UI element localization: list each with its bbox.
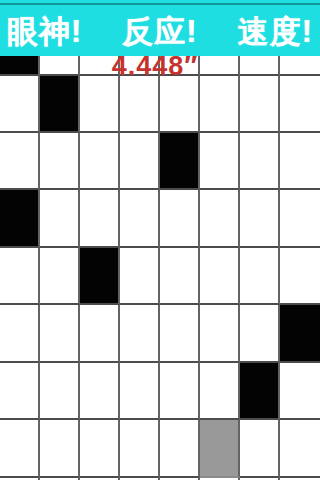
white-tile-r5c4[interactable] (120, 248, 160, 305)
white-tile-r6c4[interactable] (120, 305, 160, 363)
white-tile-r2c4[interactable] (120, 76, 160, 133)
black-tile-r6c8[interactable] (280, 305, 320, 363)
black-tile-r2c2[interactable] (40, 76, 80, 133)
white-tile-r2c7[interactable] (240, 76, 280, 133)
black-tile-r7c7[interactable] (240, 363, 280, 420)
white-tile-r6c6[interactable] (200, 305, 240, 363)
white-tile-r8c1[interactable] (0, 420, 40, 478)
white-tile-r5c7[interactable] (240, 248, 280, 305)
white-tile-r8c7[interactable] (240, 420, 280, 478)
black-tile-r3c5[interactable] (160, 133, 200, 190)
header-banner: 眼神! 反应! 速度! (0, 0, 320, 56)
white-tile-r5c5[interactable] (160, 248, 200, 305)
white-tile-r3c2[interactable] (40, 133, 80, 190)
header-title-eyes: 眼神! (7, 16, 82, 47)
white-tile-r8c5[interactable] (160, 420, 200, 478)
white-tile-r4c7[interactable] (240, 190, 280, 248)
white-tile-r6c3[interactable] (80, 305, 120, 363)
white-tile-r6c7[interactable] (240, 305, 280, 363)
black-tile-r5c3[interactable] (80, 248, 120, 305)
white-tile-r4c4[interactable] (120, 190, 160, 248)
white-tile-r6c2[interactable] (40, 305, 80, 363)
white-tile-r2c5[interactable] (160, 76, 200, 133)
white-tile-r4c6[interactable] (200, 190, 240, 248)
white-tile-r7c5[interactable] (160, 363, 200, 420)
white-tile-r3c1[interactable] (0, 133, 40, 190)
white-tile-r8c3[interactable] (80, 420, 120, 478)
white-tile-r3c7[interactable] (240, 133, 280, 190)
gray-tapped-tile-r8c6[interactable] (200, 420, 240, 478)
white-tile-r8c8[interactable] (280, 420, 320, 478)
white-tile-r5c1[interactable] (0, 248, 40, 305)
header-title-reaction: 反应! (122, 16, 197, 47)
white-tile-r7c3[interactable] (80, 363, 120, 420)
white-tile-r3c4[interactable] (120, 133, 160, 190)
white-tile-r8c4[interactable] (120, 420, 160, 478)
white-tile-r5c2[interactable] (40, 248, 80, 305)
white-tile-r7c2[interactable] (40, 363, 80, 420)
white-tile-r4c8[interactable] (280, 190, 320, 248)
white-tile-r8c2[interactable] (40, 420, 80, 478)
white-tile-r4c5[interactable] (160, 190, 200, 248)
white-tile-r7c1[interactable] (0, 363, 40, 420)
timer-display: 4.448″ (0, 52, 310, 80)
white-tile-r7c6[interactable] (200, 363, 240, 420)
white-tile-r5c8[interactable] (280, 248, 320, 305)
header-title-speed: 速度! (238, 16, 313, 47)
white-tile-r3c3[interactable] (80, 133, 120, 190)
header-accent-line (0, 3, 320, 5)
white-tile-r3c6[interactable] (200, 133, 240, 190)
white-tile-r2c6[interactable] (200, 76, 240, 133)
white-tile-r6c5[interactable] (160, 305, 200, 363)
white-tile-r6c1[interactable] (0, 305, 40, 363)
white-tile-r2c3[interactable] (80, 76, 120, 133)
white-tile-r7c8[interactable] (280, 363, 320, 420)
tile-board (0, 56, 320, 480)
black-tile-r4c1[interactable] (0, 190, 40, 248)
white-tile-r4c2[interactable] (40, 190, 80, 248)
white-tile-r7c4[interactable] (120, 363, 160, 420)
white-tile-r5c6[interactable] (200, 248, 240, 305)
game-screen: 眼神! 反应! 速度! 4.448″ (0, 0, 320, 480)
white-tile-r4c3[interactable] (80, 190, 120, 248)
white-tile-r2c1[interactable] (0, 76, 40, 133)
white-tile-r2c8[interactable] (280, 76, 320, 133)
white-tile-r3c8[interactable] (280, 133, 320, 190)
